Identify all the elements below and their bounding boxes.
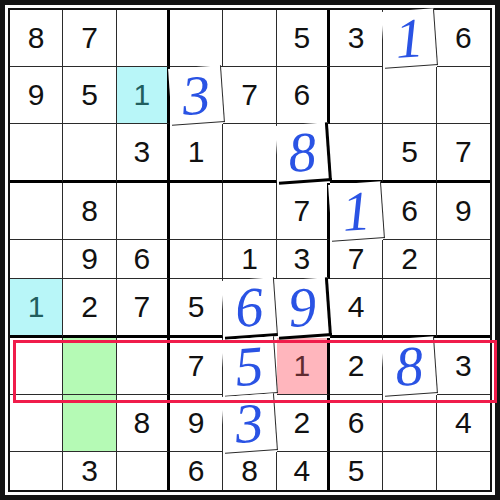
cell-r9c9[interactable] (437, 452, 490, 491)
cell-r6c8[interactable] (383, 279, 436, 338)
cell-r8c5[interactable]: 3 (221, 393, 278, 454)
cell-r7c8[interactable]: 8 (381, 336, 438, 397)
cell-r7c2[interactable] (63, 338, 116, 395)
cell-r8c8[interactable] (383, 395, 436, 452)
cell-r2c9[interactable] (437, 67, 490, 124)
cell-r2c6[interactable]: 6 (277, 67, 330, 124)
cell-r5c3[interactable]: 6 (117, 240, 170, 279)
cell-r8c4[interactable]: 9 (170, 395, 223, 452)
cell-r3c7[interactable] (330, 124, 383, 183)
cell-r8c6[interactable]: 2 (277, 395, 330, 452)
cell-r9c5[interactable]: 8 (223, 452, 276, 491)
cell-r6c5[interactable]: 6 (221, 277, 278, 340)
cell-r3c6[interactable]: 8 (275, 122, 332, 185)
cell-r5c1[interactable] (10, 240, 63, 279)
cell-r6c1[interactable]: 1 (10, 279, 63, 338)
cell-r7c1[interactable] (10, 338, 63, 395)
cell-r9c6[interactable]: 4 (277, 452, 330, 491)
sudoku-board: 8753169513763185787169961372127569475128… (0, 0, 500, 500)
cell-r1c4[interactable] (170, 10, 223, 67)
cell-r3c3[interactable]: 3 (117, 124, 170, 183)
cell-r1c7[interactable]: 3 (330, 10, 383, 67)
cell-r6c2[interactable]: 2 (63, 279, 116, 338)
cell-r4c8[interactable]: 6 (383, 183, 436, 240)
cell-r8c9[interactable]: 4 (437, 395, 490, 452)
cell-r4c4[interactable] (170, 183, 223, 240)
cell-r5c7[interactable]: 7 (330, 240, 383, 279)
cell-r1c2[interactable]: 7 (63, 10, 116, 67)
cell-r9c4[interactable]: 6 (170, 452, 223, 491)
cell-r3c5[interactable] (223, 124, 276, 183)
cell-r1c3[interactable] (117, 10, 170, 67)
cell-r7c5[interactable]: 5 (221, 336, 278, 397)
cell-r5c6[interactable]: 3 (277, 240, 330, 279)
cell-r6c4[interactable]: 5 (170, 279, 223, 338)
cell-r8c7[interactable]: 6 (330, 395, 383, 452)
cell-r8c1[interactable] (10, 395, 63, 452)
sudoku-grid: 8753169513763185787169961372127569475128… (10, 10, 490, 490)
cell-r8c2[interactable] (63, 395, 116, 452)
cell-r3c9[interactable]: 7 (437, 124, 490, 183)
cell-r9c8[interactable] (383, 452, 436, 491)
cell-r7c4[interactable]: 7 (170, 338, 223, 395)
cell-r5c4[interactable] (170, 240, 223, 279)
cell-r4c1[interactable] (10, 183, 63, 240)
cell-r6c7[interactable]: 4 (330, 279, 383, 338)
cell-r6c9[interactable] (437, 279, 490, 338)
cell-r2c4[interactable]: 3 (168, 65, 225, 126)
cell-r1c6[interactable]: 5 (277, 10, 330, 67)
cell-r1c1[interactable]: 8 (10, 10, 63, 67)
cell-r7c9[interactable]: 3 (437, 338, 490, 395)
cell-r5c5[interactable]: 1 (223, 240, 276, 279)
cell-r2c3[interactable]: 1 (117, 67, 170, 124)
cell-r6c6[interactable]: 9 (275, 277, 332, 340)
cell-r4c7[interactable]: 1 (328, 181, 385, 242)
cell-r9c2[interactable]: 3 (63, 452, 116, 491)
cell-r3c2[interactable] (63, 124, 116, 183)
cell-r4c5[interactable] (223, 183, 276, 240)
cell-r1c8[interactable]: 1 (381, 8, 438, 69)
cell-r2c5[interactable]: 7 (223, 67, 276, 124)
cell-r9c1[interactable] (10, 452, 63, 491)
cell-r9c3[interactable] (117, 452, 170, 491)
cell-r1c5[interactable] (223, 10, 276, 67)
cell-r1c9[interactable]: 6 (437, 10, 490, 67)
cell-r2c8[interactable] (383, 67, 436, 124)
cell-r3c8[interactable]: 5 (383, 124, 436, 183)
cell-r4c3[interactable] (117, 183, 170, 240)
board-frame: 8753169513763185787169961372127569475128… (8, 8, 492, 492)
cell-r6c3[interactable]: 7 (117, 279, 170, 338)
cell-r7c7[interactable]: 2 (330, 338, 383, 395)
cell-r5c8[interactable]: 2 (383, 240, 436, 279)
cell-r4c2[interactable]: 8 (63, 183, 116, 240)
cell-r3c1[interactable] (10, 124, 63, 183)
cell-r7c6[interactable]: 1 (277, 338, 330, 395)
cell-r8c3[interactable]: 8 (117, 395, 170, 452)
cell-r5c9[interactable] (437, 240, 490, 279)
cell-r2c1[interactable]: 9 (10, 67, 63, 124)
cell-r4c9[interactable]: 9 (437, 183, 490, 240)
cell-r4c6[interactable]: 7 (277, 183, 330, 240)
cell-r5c2[interactable]: 9 (63, 240, 116, 279)
cell-r7c3[interactable] (117, 338, 170, 395)
cell-r9c7[interactable]: 5 (330, 452, 383, 491)
cell-r2c7[interactable] (330, 67, 383, 124)
cell-r2c2[interactable]: 5 (63, 67, 116, 124)
cell-r3c4[interactable]: 1 (170, 124, 223, 183)
